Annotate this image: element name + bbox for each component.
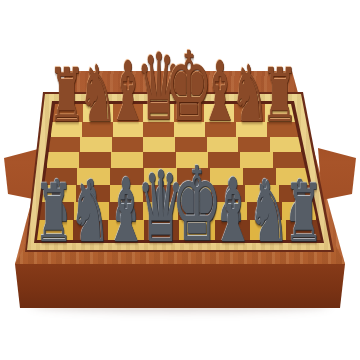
piece-white-knight-g1[interactable]: ♞ bbox=[248, 170, 289, 254]
piece-black-rook-h8[interactable]: ♜ bbox=[262, 58, 298, 132]
piece-white-rook-h1[interactable]: ♜ bbox=[285, 174, 324, 254]
piece-white-rook-a1[interactable]: ♜ bbox=[34, 174, 73, 254]
piece-layer: ♜♞♝♛♚♝♞♜♟♟♟♟♟♟♟♟♜♞♝♛♚♝♞♜ bbox=[0, 0, 360, 360]
product-photo: ♜♞♝♛♚♝♞♜♟♟♟♟♟♟♟♟♜♞♝♛♚♝♞♜ bbox=[0, 0, 360, 360]
